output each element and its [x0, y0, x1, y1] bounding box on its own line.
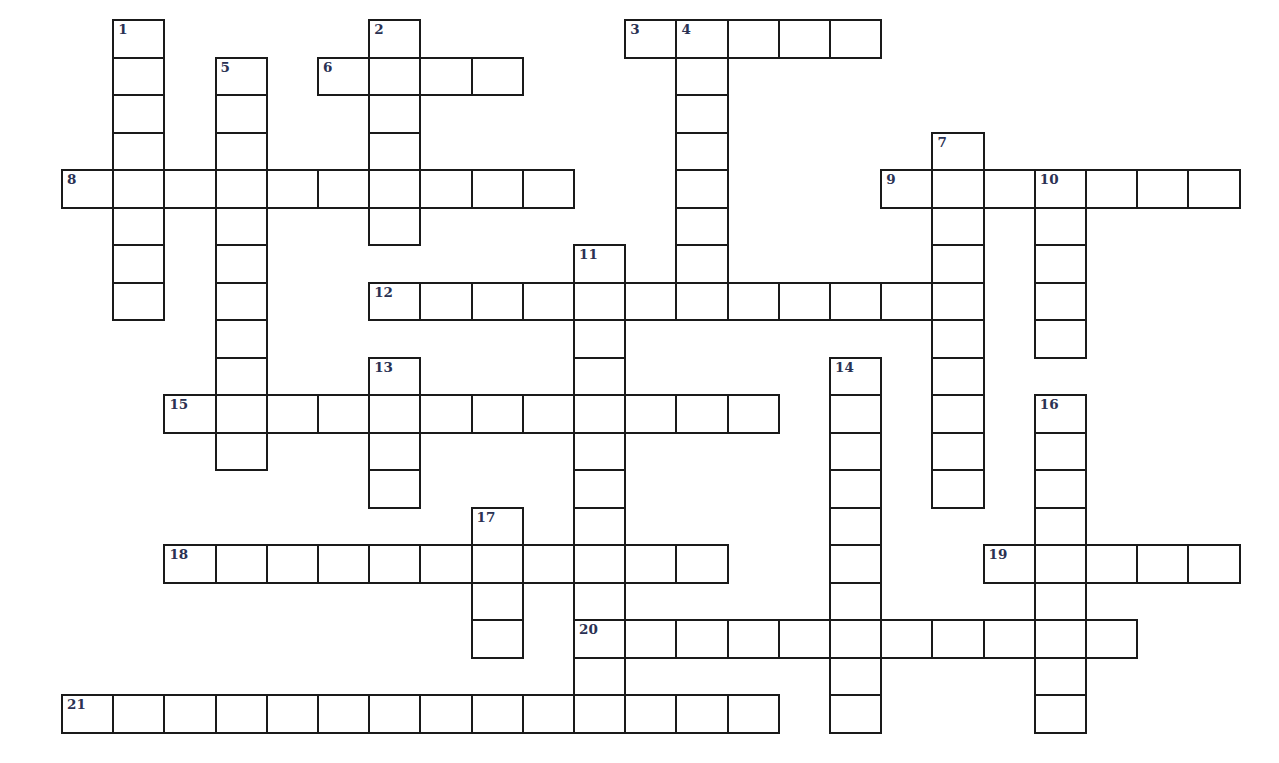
cell-r12c15[interactable] [829, 469, 882, 509]
cell-r11c19[interactable] [1034, 432, 1087, 472]
cell-r14c20[interactable] [1085, 544, 1138, 584]
cell-r11c10[interactable] [573, 432, 626, 472]
cell-r5c17[interactable] [931, 207, 984, 247]
cell-r18c1[interactable] [112, 694, 165, 734]
cell-r15c8[interactable] [471, 582, 524, 622]
clue-number-21: 21 [67, 697, 86, 713]
cell-r14c21[interactable] [1136, 544, 1189, 584]
cell-r1c5[interactable]: 6 [317, 57, 370, 97]
cell-r4c6[interactable] [368, 169, 421, 209]
cell-r14c6[interactable] [368, 544, 421, 584]
cell-r14c15[interactable] [829, 544, 882, 584]
cell-r5c19[interactable] [1034, 207, 1087, 247]
cell-r17c10[interactable] [573, 657, 626, 697]
cell-r14c7[interactable] [419, 544, 472, 584]
cell-r11c17[interactable] [931, 432, 984, 472]
clue-number-5: 5 [221, 60, 230, 76]
cell-r2c6[interactable] [368, 94, 421, 134]
cell-r7c15[interactable] [829, 282, 882, 322]
cell-r15c10[interactable] [573, 582, 626, 622]
cell-r14c19[interactable] [1034, 544, 1087, 584]
cell-r5c6[interactable] [368, 207, 421, 247]
cell-r0c15[interactable] [829, 19, 882, 59]
cell-r14c5[interactable] [317, 544, 370, 584]
cell-r4c18[interactable] [983, 169, 1036, 209]
cell-r18c0[interactable]: 21 [61, 694, 114, 734]
cell-r16c18[interactable] [983, 619, 1036, 659]
cell-r14c22[interactable] [1187, 544, 1240, 584]
cell-r16c14[interactable] [778, 619, 831, 659]
cell-r10c5[interactable] [317, 394, 370, 434]
cell-r4c8[interactable] [471, 169, 524, 209]
cell-r11c3[interactable] [215, 432, 268, 472]
cell-r16c16[interactable] [880, 619, 933, 659]
clue-number-18: 18 [169, 547, 188, 563]
cell-r13c19[interactable] [1034, 507, 1087, 547]
cell-r4c21[interactable] [1136, 169, 1189, 209]
cell-r2c3[interactable] [215, 94, 268, 134]
clue-number-20: 20 [579, 622, 598, 638]
cell-r4c17[interactable] [931, 169, 984, 209]
cell-r6c19[interactable] [1034, 244, 1087, 284]
cell-r8c3[interactable] [215, 319, 268, 359]
cell-r3c17[interactable]: 7 [931, 132, 984, 172]
cell-r10c3[interactable] [215, 394, 268, 434]
cell-r18c10[interactable] [573, 694, 626, 734]
cell-r16c11[interactable] [624, 619, 677, 659]
cell-r7c12[interactable] [675, 282, 728, 322]
cell-r9c15[interactable]: 14 [829, 357, 882, 397]
cell-r14c18[interactable]: 19 [983, 544, 1036, 584]
cell-r18c5[interactable] [317, 694, 370, 734]
cell-r16c13[interactable] [727, 619, 780, 659]
cell-r2c1[interactable] [112, 94, 165, 134]
cell-r7c13[interactable] [727, 282, 780, 322]
cell-r0c6[interactable]: 2 [368, 19, 421, 59]
cell-r1c6[interactable] [368, 57, 421, 97]
clue-number-6: 6 [323, 60, 332, 76]
cell-r18c19[interactable] [1034, 694, 1087, 734]
clue-number-7: 7 [937, 135, 946, 151]
cell-r18c3[interactable] [215, 694, 268, 734]
cell-r2c12[interactable] [675, 94, 728, 134]
cell-r7c1[interactable] [112, 282, 165, 322]
clue-number-13: 13 [374, 360, 393, 376]
clue-number-3: 3 [630, 22, 639, 38]
cell-r18c15[interactable] [829, 694, 882, 734]
cell-r14c12[interactable] [675, 544, 728, 584]
cell-r4c0[interactable]: 8 [61, 169, 114, 209]
clue-number-19: 19 [989, 547, 1008, 563]
cell-r4c12[interactable] [675, 169, 728, 209]
clue-number-12: 12 [374, 285, 393, 301]
cell-r4c20[interactable] [1085, 169, 1138, 209]
cell-r9c3[interactable] [215, 357, 268, 397]
cell-r12c10[interactable] [573, 469, 626, 509]
cell-r9c10[interactable] [573, 357, 626, 397]
clue-number-1: 1 [118, 22, 127, 38]
cell-r14c10[interactable] [573, 544, 626, 584]
clue-number-14: 14 [835, 360, 854, 376]
cell-r0c13[interactable] [727, 19, 780, 59]
cell-r0c11[interactable]: 3 [624, 19, 677, 59]
cell-r18c8[interactable] [471, 694, 524, 734]
cell-r10c2[interactable]: 15 [163, 394, 216, 434]
cell-r3c1[interactable] [112, 132, 165, 172]
cell-r7c10[interactable] [573, 282, 626, 322]
cell-r0c14[interactable] [778, 19, 831, 59]
cell-r5c3[interactable] [215, 207, 268, 247]
cell-r12c19[interactable] [1034, 469, 1087, 509]
cell-r10c10[interactable] [573, 394, 626, 434]
cell-r14c11[interactable] [624, 544, 677, 584]
cell-r16c8[interactable] [471, 619, 524, 659]
cell-r4c19[interactable]: 10 [1034, 169, 1087, 209]
cell-r14c4[interactable] [266, 544, 319, 584]
cell-r3c12[interactable] [675, 132, 728, 172]
cell-r1c1[interactable] [112, 57, 165, 97]
cell-r10c4[interactable] [266, 394, 319, 434]
cell-r13c15[interactable] [829, 507, 882, 547]
cell-r10c9[interactable] [522, 394, 575, 434]
cell-r14c3[interactable] [215, 544, 268, 584]
cell-r18c9[interactable] [522, 694, 575, 734]
cell-r1c8[interactable] [471, 57, 524, 97]
cell-r13c10[interactable] [573, 507, 626, 547]
cell-r10c11[interactable] [624, 394, 677, 434]
crossword-board: 123456789101112131415161718192021 [62, 20, 1240, 733]
cell-r8c19[interactable] [1034, 319, 1087, 359]
cell-r17c19[interactable] [1034, 657, 1087, 697]
cell-r13c8[interactable]: 17 [471, 507, 524, 547]
cell-r7c14[interactable] [778, 282, 831, 322]
cell-r7c16[interactable] [880, 282, 933, 322]
cell-r12c17[interactable] [931, 469, 984, 509]
cell-r5c12[interactable] [675, 207, 728, 247]
cell-r4c4[interactable] [266, 169, 319, 209]
cell-r14c9[interactable] [522, 544, 575, 584]
cell-r10c8[interactable] [471, 394, 524, 434]
clue-number-10: 10 [1040, 172, 1059, 188]
cell-r10c17[interactable] [931, 394, 984, 434]
cell-r3c6[interactable] [368, 132, 421, 172]
cell-r16c17[interactable] [931, 619, 984, 659]
cell-r7c19[interactable] [1034, 282, 1087, 322]
cell-r0c1[interactable]: 1 [112, 19, 165, 59]
cell-r14c2[interactable]: 18 [163, 544, 216, 584]
cell-r18c7[interactable] [419, 694, 472, 734]
clue-number-9: 9 [886, 172, 895, 188]
cell-r18c2[interactable] [163, 694, 216, 734]
cell-r18c4[interactable] [266, 694, 319, 734]
crossword-page: 123456789101112131415161718192021 [0, 0, 1279, 763]
cell-r18c13[interactable] [727, 694, 780, 734]
cell-r10c12[interactable] [675, 394, 728, 434]
cell-r18c6[interactable] [368, 694, 421, 734]
cell-r10c13[interactable] [727, 394, 780, 434]
cell-r16c10[interactable]: 20 [573, 619, 626, 659]
clue-number-15: 15 [169, 397, 188, 413]
cell-r7c11[interactable] [624, 282, 677, 322]
cell-r12c6[interactable] [368, 469, 421, 509]
cell-r1c3[interactable]: 5 [215, 57, 268, 97]
clue-number-11: 11 [579, 247, 598, 263]
cell-r16c19[interactable] [1034, 619, 1087, 659]
cell-r11c15[interactable] [829, 432, 882, 472]
cell-r4c22[interactable] [1187, 169, 1240, 209]
clue-number-4: 4 [681, 22, 690, 38]
cell-r4c16[interactable]: 9 [880, 169, 933, 209]
cell-r7c8[interactable] [471, 282, 524, 322]
cell-r15c19[interactable] [1034, 582, 1087, 622]
cell-r10c15[interactable] [829, 394, 882, 434]
cell-r11c6[interactable] [368, 432, 421, 472]
cell-r10c6[interactable] [368, 394, 421, 434]
cell-r4c2[interactable] [163, 169, 216, 209]
cell-r4c9[interactable] [522, 169, 575, 209]
cell-r7c6[interactable]: 12 [368, 282, 421, 322]
cell-r10c19[interactable]: 16 [1034, 394, 1087, 434]
cell-r16c20[interactable] [1085, 619, 1138, 659]
cell-r10c7[interactable] [419, 394, 472, 434]
cell-r7c9[interactable] [522, 282, 575, 322]
cell-r4c5[interactable] [317, 169, 370, 209]
cell-r0c12[interactable]: 4 [675, 19, 728, 59]
cell-r18c11[interactable] [624, 694, 677, 734]
cell-r6c12[interactable] [675, 244, 728, 284]
cell-r15c15[interactable] [829, 582, 882, 622]
clue-number-16: 16 [1040, 397, 1059, 413]
cell-r9c17[interactable] [931, 357, 984, 397]
cell-r4c7[interactable] [419, 169, 472, 209]
cell-r16c12[interactable] [675, 619, 728, 659]
cell-r6c10[interactable]: 11 [573, 244, 626, 284]
clue-number-2: 2 [374, 22, 383, 38]
cell-r4c1[interactable] [112, 169, 165, 209]
cell-r7c17[interactable] [931, 282, 984, 322]
cell-r7c7[interactable] [419, 282, 472, 322]
clue-number-8: 8 [67, 172, 76, 188]
cell-r16c15[interactable] [829, 619, 882, 659]
cell-r14c8[interactable] [471, 544, 524, 584]
cell-r9c6[interactable]: 13 [368, 357, 421, 397]
cell-r6c1[interactable] [112, 244, 165, 284]
cell-r8c10[interactable] [573, 319, 626, 359]
cell-r1c7[interactable] [419, 57, 472, 97]
clue-number-17: 17 [477, 510, 496, 526]
cell-r5c1[interactable] [112, 207, 165, 247]
cell-r3c3[interactable] [215, 132, 268, 172]
cell-r1c12[interactable] [675, 57, 728, 97]
cell-r4c3[interactable] [215, 169, 268, 209]
cell-r6c17[interactable] [931, 244, 984, 284]
cell-r17c15[interactable] [829, 657, 882, 697]
cell-r18c12[interactable] [675, 694, 728, 734]
cell-r7c3[interactable] [215, 282, 268, 322]
cell-r8c17[interactable] [931, 319, 984, 359]
cell-r6c3[interactable] [215, 244, 268, 284]
